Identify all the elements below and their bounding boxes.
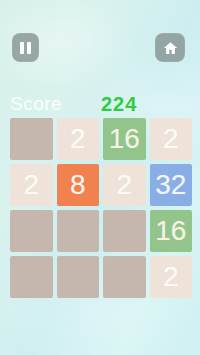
score-row: Score 224: [10, 93, 190, 115]
tile-r2c4: 32: [150, 164, 193, 206]
tile-r2c2: 8: [57, 164, 100, 206]
tile-r1c1: [10, 118, 53, 160]
tile-r1c2: 2: [57, 118, 100, 160]
tile-r1c3: 16: [103, 118, 146, 160]
score-value: 224: [101, 93, 137, 115]
tile-r4c1: [10, 256, 53, 298]
tile-r4c2: [57, 256, 100, 298]
tile-r4c3: [103, 256, 146, 298]
tile-r3c2: [57, 210, 100, 252]
tile-r3c3: [103, 210, 146, 252]
tile-r2c1: 2: [10, 164, 53, 206]
game-screen: Score 224 216228232162: [0, 0, 200, 355]
pause-button[interactable]: [12, 33, 39, 62]
board-grid[interactable]: 216228232162: [10, 118, 192, 298]
tile-r3c4: 16: [150, 210, 193, 252]
tile-r2c3: 2: [103, 164, 146, 206]
home-button[interactable]: [155, 33, 185, 62]
pause-icon: [20, 42, 31, 54]
tile-r1c4: 2: [150, 118, 193, 160]
tile-r3c1: [10, 210, 53, 252]
score-label: Score: [10, 93, 62, 115]
home-icon: [162, 40, 179, 56]
tile-r4c4: 2: [150, 256, 193, 298]
